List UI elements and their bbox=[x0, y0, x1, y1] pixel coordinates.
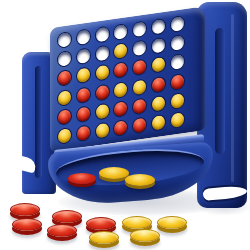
left-leg-groove bbox=[35, 66, 42, 178]
cell-r5c6-yellow-disc bbox=[151, 95, 166, 113]
cell-r5c1-red-disc bbox=[57, 108, 72, 126]
connect-four-product-photo bbox=[0, 0, 250, 250]
cell-r5c5-red-disc bbox=[132, 97, 147, 115]
cell-r4c2-red-disc bbox=[76, 86, 91, 104]
cell-r6c3-yellow-disc bbox=[95, 122, 110, 140]
cell-r3c7-empty bbox=[170, 53, 185, 71]
tray-disc-yellow-2 bbox=[99, 167, 129, 179]
cell-r5c3-yellow-disc bbox=[95, 103, 110, 121]
cell-r1c6-empty bbox=[151, 17, 166, 35]
tray-disc-red-1 bbox=[68, 173, 96, 184]
loose-disc-yellow-3 bbox=[122, 216, 152, 229]
loose-disc-red-6 bbox=[12, 218, 42, 231]
cell-r3c2-yellow-disc bbox=[76, 67, 91, 85]
cell-r1c2-empty bbox=[76, 28, 91, 46]
cell-r6c7-yellow-disc bbox=[170, 111, 185, 129]
cell-r4c5-yellow-disc bbox=[132, 78, 147, 96]
loose-disc-yellow-9 bbox=[89, 231, 119, 244]
cell-r5c7-yellow-disc bbox=[170, 92, 185, 110]
loose-disc-red-1 bbox=[10, 203, 40, 216]
cell-r3c3-yellow-disc bbox=[95, 64, 110, 82]
right-leg-ridge bbox=[231, 14, 234, 182]
cell-r4c4-yellow-disc bbox=[113, 81, 128, 99]
cell-r2c1-empty bbox=[57, 50, 72, 68]
cell-r4c7-red-disc bbox=[170, 73, 185, 91]
loose-disc-yellow-8 bbox=[130, 229, 160, 242]
cell-r1c5-empty bbox=[132, 20, 147, 38]
board-grid bbox=[50, 6, 205, 152]
cell-r2c5-empty bbox=[132, 39, 147, 57]
loose-disc-red-5 bbox=[86, 217, 116, 230]
cell-r4c3-red-disc bbox=[95, 83, 110, 101]
cell-r2c7-empty bbox=[170, 34, 185, 52]
cell-r1c1-empty bbox=[57, 31, 72, 49]
cell-r5c2-red-disc bbox=[76, 105, 91, 123]
cell-r3c4-red-disc bbox=[113, 61, 128, 79]
loose-disc-red-2 bbox=[52, 210, 82, 223]
right-leg-groove bbox=[215, 28, 225, 154]
cell-r1c7-empty bbox=[170, 15, 185, 33]
cell-r3c1-red-disc bbox=[57, 69, 72, 87]
cell-r1c4-empty bbox=[113, 23, 128, 41]
tray-disc-yellow-3 bbox=[125, 174, 155, 186]
cell-r4c6-red-disc bbox=[151, 75, 166, 93]
cell-r5c4-red-disc bbox=[113, 100, 128, 118]
cell-r2c2-empty bbox=[76, 47, 91, 65]
cell-r6c4-red-disc bbox=[113, 119, 128, 137]
cell-r3c5-red-disc bbox=[132, 59, 147, 77]
cell-r2c4-yellow-disc bbox=[113, 42, 128, 60]
loose-disc-red-7 bbox=[47, 224, 77, 237]
cell-r6c6-yellow-disc bbox=[151, 114, 166, 132]
cell-r3c6-yellow-disc bbox=[151, 56, 166, 74]
cell-r6c2-red-disc bbox=[76, 125, 91, 143]
loose-disc-yellow-4 bbox=[157, 216, 187, 229]
cell-r2c3-empty bbox=[95, 45, 110, 63]
cell-r6c5-red-disc bbox=[132, 117, 147, 135]
cell-r1c3-empty bbox=[95, 25, 110, 43]
cell-r4c1-yellow-disc bbox=[57, 89, 72, 107]
cell-r2c6-empty bbox=[151, 37, 166, 55]
cell-r6c1-yellow-disc bbox=[57, 127, 72, 145]
